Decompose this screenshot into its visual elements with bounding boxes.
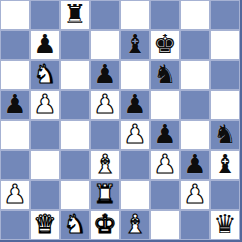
square-c5[interactable] xyxy=(60,90,90,120)
square-h8[interactable] xyxy=(210,0,240,30)
chess-board: ♜♟♝♚♞♟♞♟♟♟♟♟♟♞♝♟♟♝♟♜♟♛♞♚♝♛ xyxy=(0,0,242,242)
black-pawn: ♟ xyxy=(153,120,176,149)
square-h2[interactable] xyxy=(210,180,240,210)
square-f7[interactable]: ♚ xyxy=(150,30,180,60)
black-rook: ♜ xyxy=(63,0,86,29)
white-pawn: ♟ xyxy=(123,120,146,149)
square-f1[interactable] xyxy=(150,210,180,240)
square-e3[interactable] xyxy=(120,150,150,180)
square-h7[interactable] xyxy=(210,30,240,60)
square-c3[interactable] xyxy=(60,150,90,180)
square-d8[interactable] xyxy=(90,0,120,30)
square-c7[interactable] xyxy=(60,30,90,60)
black-pawn: ♟ xyxy=(93,60,116,89)
square-d1[interactable]: ♚ xyxy=(90,210,120,240)
black-pawn: ♟ xyxy=(33,30,56,59)
white-pawn: ♟ xyxy=(3,180,26,209)
square-h3[interactable]: ♝ xyxy=(210,150,240,180)
white-pawn: ♟ xyxy=(153,150,176,179)
square-c6[interactable] xyxy=(60,60,90,90)
black-king: ♚ xyxy=(153,30,176,59)
black-bishop: ♝ xyxy=(123,30,146,59)
square-a1[interactable] xyxy=(0,210,30,240)
white-queen: ♛ xyxy=(33,210,56,239)
square-c4[interactable] xyxy=(60,120,90,150)
square-b2[interactable] xyxy=(30,180,60,210)
square-c8[interactable]: ♜ xyxy=(60,0,90,30)
black-queen: ♛ xyxy=(213,210,236,239)
square-h6[interactable] xyxy=(210,60,240,90)
white-bishop: ♝ xyxy=(123,210,146,239)
square-d4[interactable] xyxy=(90,120,120,150)
square-f6[interactable]: ♞ xyxy=(150,60,180,90)
square-b7[interactable]: ♟ xyxy=(30,30,60,60)
square-b4[interactable] xyxy=(30,120,60,150)
square-f3[interactable]: ♟ xyxy=(150,150,180,180)
square-a4[interactable] xyxy=(0,120,30,150)
square-a3[interactable] xyxy=(0,150,30,180)
black-pawn: ♟ xyxy=(3,90,26,119)
square-g2[interactable]: ♟ xyxy=(180,180,210,210)
white-knight: ♞ xyxy=(33,60,56,89)
square-g8[interactable] xyxy=(180,0,210,30)
white-pawn: ♟ xyxy=(93,90,116,119)
square-e4[interactable]: ♟ xyxy=(120,120,150,150)
square-f2[interactable] xyxy=(150,180,180,210)
square-c2[interactable] xyxy=(60,180,90,210)
square-e1[interactable]: ♝ xyxy=(120,210,150,240)
square-e2[interactable] xyxy=(120,180,150,210)
square-h1[interactable]: ♛ xyxy=(210,210,240,240)
square-h4[interactable]: ♞ xyxy=(210,120,240,150)
white-knight: ♞ xyxy=(63,210,86,239)
square-e8[interactable] xyxy=(120,0,150,30)
square-f8[interactable] xyxy=(150,0,180,30)
white-bishop: ♝ xyxy=(93,150,116,179)
square-d2[interactable]: ♜ xyxy=(90,180,120,210)
square-g3[interactable]: ♟ xyxy=(180,150,210,180)
white-pawn: ♟ xyxy=(33,90,56,119)
white-rook: ♜ xyxy=(93,180,116,209)
black-knight: ♞ xyxy=(213,120,236,149)
square-a5[interactable]: ♟ xyxy=(0,90,30,120)
square-g1[interactable] xyxy=(180,210,210,240)
square-e5[interactable]: ♟ xyxy=(120,90,150,120)
white-pawn: ♟ xyxy=(183,180,206,209)
square-b3[interactable] xyxy=(30,150,60,180)
white-king: ♚ xyxy=(93,210,116,239)
square-e7[interactable]: ♝ xyxy=(120,30,150,60)
square-d7[interactable] xyxy=(90,30,120,60)
black-pawn: ♟ xyxy=(183,150,206,179)
square-a8[interactable] xyxy=(0,0,30,30)
square-a7[interactable] xyxy=(0,30,30,60)
square-a2[interactable]: ♟ xyxy=(0,180,30,210)
square-h5[interactable] xyxy=(210,90,240,120)
square-g7[interactable] xyxy=(180,30,210,60)
chess-board-grid: ♜♟♝♚♞♟♞♟♟♟♟♟♟♞♝♟♟♝♟♜♟♛♞♚♝♛ xyxy=(0,0,240,240)
square-b5[interactable]: ♟ xyxy=(30,90,60,120)
square-e6[interactable] xyxy=(120,60,150,90)
square-d6[interactable]: ♟ xyxy=(90,60,120,90)
black-bishop: ♝ xyxy=(213,150,236,179)
square-g5[interactable] xyxy=(180,90,210,120)
black-knight: ♞ xyxy=(153,60,176,89)
square-a6[interactable] xyxy=(0,60,30,90)
square-d5[interactable]: ♟ xyxy=(90,90,120,120)
black-pawn: ♟ xyxy=(123,90,146,119)
square-b1[interactable]: ♛ xyxy=(30,210,60,240)
square-c1[interactable]: ♞ xyxy=(60,210,90,240)
square-g4[interactable] xyxy=(180,120,210,150)
square-f5[interactable] xyxy=(150,90,180,120)
square-d3[interactable]: ♝ xyxy=(90,150,120,180)
square-b6[interactable]: ♞ xyxy=(30,60,60,90)
square-b8[interactable] xyxy=(30,0,60,30)
square-g6[interactable] xyxy=(180,60,210,90)
square-f4[interactable]: ♟ xyxy=(150,120,180,150)
